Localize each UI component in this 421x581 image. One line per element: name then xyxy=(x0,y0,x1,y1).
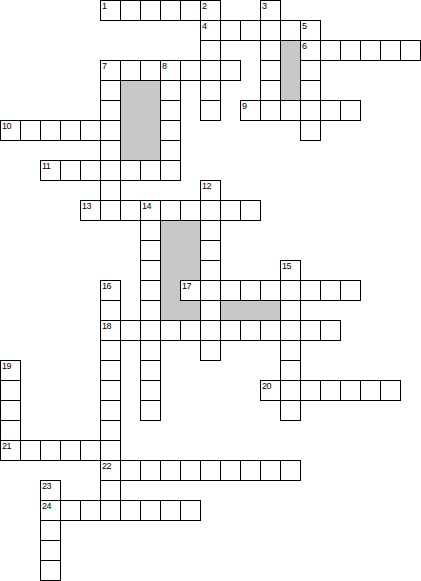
cell-r16-c11[interactable] xyxy=(220,320,241,341)
cell-r18-c7[interactable] xyxy=(140,360,161,381)
cell-r16-c5[interactable]: 18 xyxy=(100,320,121,341)
cell-r14-c5[interactable]: 16 xyxy=(100,280,121,301)
cell-r2-c18[interactable] xyxy=(360,40,381,61)
cell-r23-c12[interactable] xyxy=(240,460,261,481)
cell-r23-c6[interactable] xyxy=(120,460,141,481)
clue-number-17: 17 xyxy=(182,281,191,291)
shaded-block-cell xyxy=(140,100,161,121)
cell-r11-c7[interactable] xyxy=(140,220,161,241)
cell-r6-c15[interactable] xyxy=(300,120,321,141)
clue-number-20: 20 xyxy=(262,381,271,391)
cell-r5-c8[interactable] xyxy=(160,100,181,121)
cell-r14-c9[interactable]: 17 xyxy=(180,280,201,301)
cell-r14-c12[interactable] xyxy=(240,280,261,301)
cell-r16-c16[interactable] xyxy=(320,320,341,341)
cell-r7-c5[interactable] xyxy=(100,140,121,161)
cell-r28-c2[interactable] xyxy=(40,560,61,581)
shaded-block-cell xyxy=(120,100,141,121)
clue-number-13: 13 xyxy=(82,201,91,211)
cell-r1-c11[interactable] xyxy=(220,20,241,41)
cell-r19-c7[interactable] xyxy=(140,380,161,401)
shaded-block-cell xyxy=(160,240,181,261)
cell-r2-c15[interactable]: 6 xyxy=(300,40,321,61)
shaded-block-cell xyxy=(280,40,301,61)
cell-r24-c5[interactable] xyxy=(100,480,121,501)
clue-number-22: 22 xyxy=(102,461,111,471)
clue-number-18: 18 xyxy=(102,321,111,331)
cell-r24-c2[interactable]: 23 xyxy=(40,480,61,501)
cell-r4-c10[interactable] xyxy=(200,80,221,101)
cell-r23-c8[interactable] xyxy=(160,460,181,481)
clue-number-7: 7 xyxy=(102,61,107,71)
cell-r0-c10[interactable]: 2 xyxy=(200,0,221,21)
cell-r18-c5[interactable] xyxy=(100,360,121,381)
shaded-block-cell xyxy=(120,80,141,101)
clue-number-24: 24 xyxy=(42,501,51,511)
cell-r0-c9[interactable] xyxy=(180,0,201,21)
cell-r4-c15[interactable] xyxy=(300,80,321,101)
cell-r2-c17[interactable] xyxy=(340,40,361,61)
cell-r27-c2[interactable] xyxy=(40,540,61,561)
shaded-block-cell xyxy=(160,260,181,281)
cell-r16-c10[interactable] xyxy=(200,320,221,341)
cell-r6-c2[interactable] xyxy=(40,120,61,141)
cell-r19-c15[interactable] xyxy=(300,380,321,401)
cell-r23-c13[interactable] xyxy=(260,460,281,481)
shaded-block-cell xyxy=(160,220,181,241)
cell-r11-c10[interactable] xyxy=(200,220,221,241)
cell-r19-c13[interactable]: 20 xyxy=(260,380,281,401)
cell-r19-c17[interactable] xyxy=(340,380,361,401)
shaded-block-cell xyxy=(180,240,201,261)
clue-number-19: 19 xyxy=(2,361,11,371)
clue-number-3: 3 xyxy=(262,1,267,11)
cell-r22-c0[interactable]: 21 xyxy=(0,440,21,461)
shaded-block-cell xyxy=(160,280,181,301)
cell-r23-c7[interactable] xyxy=(140,460,161,481)
cell-r14-c10[interactable] xyxy=(200,280,221,301)
cell-r3-c11[interactable] xyxy=(220,60,241,81)
cell-r22-c5[interactable] xyxy=(100,440,121,461)
cell-r14-c16[interactable] xyxy=(320,280,341,301)
shaded-block-cell xyxy=(160,300,181,321)
cell-r1-c13[interactable] xyxy=(260,20,281,41)
cell-r10-c10[interactable] xyxy=(200,200,221,221)
cell-r14-c15[interactable] xyxy=(300,280,321,301)
cell-r16-c6[interactable] xyxy=(120,320,141,341)
cell-r8-c2[interactable]: 11 xyxy=(40,160,61,181)
cell-r25-c4[interactable] xyxy=(80,500,101,521)
cell-r1-c14[interactable] xyxy=(280,20,301,41)
cell-r9-c5[interactable] xyxy=(100,180,121,201)
cell-r2-c20[interactable] xyxy=(400,40,421,61)
cell-r12-c10[interactable] xyxy=(200,240,221,261)
shaded-block-cell xyxy=(280,80,301,101)
cell-r5-c5[interactable] xyxy=(100,100,121,121)
cell-r15-c7[interactable] xyxy=(140,300,161,321)
cell-r20-c0[interactable] xyxy=(0,400,21,421)
cell-r1-c12[interactable] xyxy=(240,20,261,41)
cell-r16-c8[interactable] xyxy=(160,320,181,341)
cell-r23-c14[interactable] xyxy=(280,460,301,481)
clue-number-12: 12 xyxy=(202,181,211,191)
cell-r13-c14[interactable]: 15 xyxy=(280,260,301,281)
cell-r3-c10[interactable] xyxy=(200,60,221,81)
cell-r6-c5[interactable] xyxy=(100,120,121,141)
cell-r23-c10[interactable] xyxy=(200,460,221,481)
cell-r13-c10[interactable] xyxy=(200,260,221,281)
cell-r16-c15[interactable] xyxy=(300,320,321,341)
cell-r10-c12[interactable] xyxy=(240,200,261,221)
shaded-block-cell xyxy=(180,300,201,321)
cell-r16-c9[interactable] xyxy=(180,320,201,341)
cell-r19-c14[interactable] xyxy=(280,380,301,401)
cell-r19-c18[interactable] xyxy=(360,380,381,401)
shaded-block-cell xyxy=(220,300,241,321)
cell-r2-c10[interactable] xyxy=(200,40,221,61)
cell-r22-c2[interactable] xyxy=(40,440,61,461)
cell-r23-c9[interactable] xyxy=(180,460,201,481)
shaded-block-cell xyxy=(120,120,141,141)
cell-r22-c3[interactable] xyxy=(60,440,81,461)
cell-r6-c3[interactable] xyxy=(60,120,81,141)
cell-r5-c15[interactable] xyxy=(300,100,321,121)
cell-r5-c17[interactable] xyxy=(340,100,361,121)
cell-r14-c11[interactable] xyxy=(220,280,241,301)
cell-r15-c5[interactable] xyxy=(100,300,121,321)
cell-r18-c0[interactable]: 19 xyxy=(0,360,21,381)
cell-r3-c13[interactable] xyxy=(260,60,281,81)
cell-r19-c16[interactable] xyxy=(320,380,341,401)
clue-number-6: 6 xyxy=(302,41,307,51)
cell-r14-c13[interactable] xyxy=(260,280,281,301)
cell-r17-c5[interactable] xyxy=(100,340,121,361)
cell-r2-c13[interactable] xyxy=(260,40,281,61)
shaded-block-cell xyxy=(240,300,261,321)
cell-r23-c5[interactable]: 22 xyxy=(100,460,121,481)
cell-r25-c9[interactable] xyxy=(180,500,201,521)
cell-r3-c6[interactable] xyxy=(120,60,141,81)
cell-r6-c4[interactable] xyxy=(80,120,101,141)
cell-r25-c5[interactable] xyxy=(100,500,121,521)
cell-r17-c7[interactable] xyxy=(140,340,161,361)
cell-r15-c14[interactable] xyxy=(280,300,301,321)
cell-r6-c0[interactable]: 10 xyxy=(0,120,21,141)
crossword-board: 123456789101112131415161718192021222324 xyxy=(0,0,421,581)
cell-r0-c13[interactable]: 3 xyxy=(260,0,281,21)
cell-r5-c16[interactable] xyxy=(320,100,341,121)
cell-r6-c8[interactable] xyxy=(160,120,181,141)
cell-r2-c19[interactable] xyxy=(380,40,401,61)
cell-r7-c8[interactable] xyxy=(160,140,181,161)
cell-r1-c10[interactable]: 4 xyxy=(200,20,221,41)
cell-r19-c0[interactable] xyxy=(0,380,21,401)
cell-r22-c1[interactable] xyxy=(20,440,41,461)
cell-r21-c5[interactable] xyxy=(100,420,121,441)
cell-r8-c3[interactable] xyxy=(60,160,81,181)
cell-r8-c6[interactable] xyxy=(120,160,141,181)
cell-r3-c9[interactable] xyxy=(180,60,201,81)
cell-r2-c16[interactable] xyxy=(320,40,341,61)
cell-r23-c11[interactable] xyxy=(220,460,241,481)
cell-r4-c8[interactable] xyxy=(160,80,181,101)
cell-r14-c17[interactable] xyxy=(340,280,361,301)
cell-r17-c14[interactable] xyxy=(280,340,301,361)
cell-r22-c4[interactable] xyxy=(80,440,101,461)
cell-r25-c8[interactable] xyxy=(160,500,181,521)
cell-r5-c13[interactable] xyxy=(260,100,281,121)
cell-r5-c12[interactable]: 9 xyxy=(240,100,261,121)
cell-r13-c7[interactable] xyxy=(140,260,161,281)
clue-number-21: 21 xyxy=(2,441,11,451)
shaded-block-cell xyxy=(180,220,201,241)
cell-r3-c8[interactable]: 8 xyxy=(160,60,181,81)
clue-number-2: 2 xyxy=(202,1,207,11)
cell-r8-c5[interactable] xyxy=(100,160,121,181)
cell-r3-c15[interactable] xyxy=(300,60,321,81)
clue-number-10: 10 xyxy=(2,121,11,131)
shaded-block-cell xyxy=(280,60,301,81)
cell-r10-c4[interactable]: 13 xyxy=(80,200,101,221)
cell-r0-c5[interactable]: 1 xyxy=(100,0,121,21)
cell-r5-c10[interactable] xyxy=(200,100,221,121)
cell-r6-c1[interactable] xyxy=(20,120,41,141)
clue-number-16: 16 xyxy=(102,281,111,291)
cell-r18-c14[interactable] xyxy=(280,360,301,381)
cell-r20-c5[interactable] xyxy=(100,400,121,421)
cell-r0-c8[interactable] xyxy=(160,0,181,21)
cell-r0-c7[interactable] xyxy=(140,0,161,21)
cell-r14-c14[interactable] xyxy=(280,280,301,301)
shaded-block-cell xyxy=(260,300,281,321)
clue-number-11: 11 xyxy=(42,161,50,171)
cell-r16-c7[interactable] xyxy=(140,320,161,341)
clue-number-14: 14 xyxy=(142,201,151,211)
cell-r4-c13[interactable] xyxy=(260,80,281,101)
cell-r20-c14[interactable] xyxy=(280,400,301,421)
clue-number-5: 5 xyxy=(302,21,307,31)
cell-r1-c15[interactable]: 5 xyxy=(300,20,321,41)
cell-r8-c8[interactable] xyxy=(160,160,181,181)
cell-r16-c13[interactable] xyxy=(260,320,281,341)
shaded-block-cell xyxy=(140,120,161,141)
clue-number-8: 8 xyxy=(162,61,167,71)
cell-r4-c5[interactable] xyxy=(100,80,121,101)
cell-r10-c7[interactable]: 14 xyxy=(140,200,161,221)
cell-r8-c7[interactable] xyxy=(140,160,161,181)
cell-r25-c2[interactable]: 24 xyxy=(40,500,61,521)
cell-r8-c4[interactable] xyxy=(80,160,101,181)
shaded-block-cell xyxy=(180,260,201,281)
cell-r3-c5[interactable]: 7 xyxy=(100,60,121,81)
cell-r25-c3[interactable] xyxy=(60,500,81,521)
shaded-block-cell xyxy=(140,140,161,161)
cell-r10-c11[interactable] xyxy=(220,200,241,221)
cell-r15-c10[interactable] xyxy=(200,300,221,321)
shaded-block-cell xyxy=(140,80,161,101)
cell-r19-c5[interactable] xyxy=(100,380,121,401)
cell-r3-c7[interactable] xyxy=(140,60,161,81)
clue-number-9: 9 xyxy=(242,101,247,111)
cell-r19-c19[interactable] xyxy=(380,380,401,401)
cell-r16-c12[interactable] xyxy=(240,320,261,341)
cell-r5-c14[interactable] xyxy=(280,100,301,121)
cell-r17-c10[interactable] xyxy=(200,340,221,361)
cell-r10-c6[interactable] xyxy=(120,200,141,221)
clue-number-4: 4 xyxy=(202,21,207,31)
shaded-block-cell xyxy=(120,140,141,161)
cell-r20-c7[interactable] xyxy=(140,400,161,421)
cell-r21-c0[interactable] xyxy=(0,420,21,441)
clue-number-15: 15 xyxy=(282,261,291,271)
clue-number-23: 23 xyxy=(42,481,51,491)
cell-r14-c7[interactable] xyxy=(140,280,161,301)
cell-r10-c9[interactable] xyxy=(180,200,201,221)
cell-r9-c10[interactable]: 12 xyxy=(200,180,221,201)
cell-r12-c7[interactable] xyxy=(140,240,161,261)
cell-r26-c2[interactable] xyxy=(40,520,61,541)
cell-r10-c5[interactable] xyxy=(100,200,121,221)
cell-r16-c14[interactable] xyxy=(280,320,301,341)
cell-r25-c6[interactable] xyxy=(120,500,141,521)
clue-number-1: 1 xyxy=(102,1,107,11)
cell-r10-c8[interactable] xyxy=(160,200,181,221)
cell-r0-c6[interactable] xyxy=(120,0,141,21)
cell-r25-c7[interactable] xyxy=(140,500,161,521)
